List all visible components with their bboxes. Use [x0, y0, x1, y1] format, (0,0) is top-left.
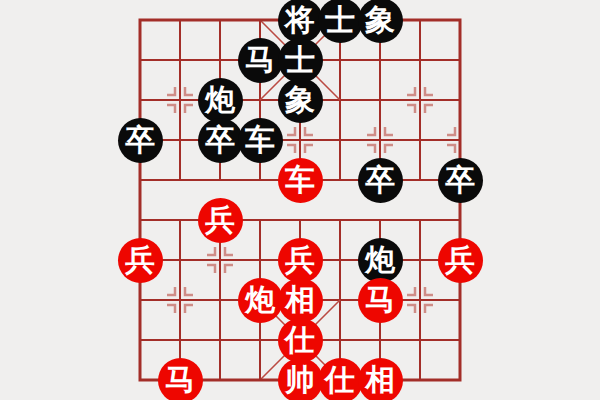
- piece-black-cannon[interactable]: 炮: [198, 78, 243, 123]
- piece-black-chariot[interactable]: 车: [238, 118, 283, 163]
- piece-red-soldier[interactable]: 兵: [118, 238, 163, 283]
- piece-red-cannon[interactable]: 炮: [238, 278, 283, 323]
- piece-red-soldier[interactable]: 兵: [198, 198, 243, 243]
- piece-red-soldier[interactable]: 兵: [278, 238, 323, 283]
- piece-black-elephant[interactable]: 象: [358, 0, 403, 43]
- piece-black-elephant[interactable]: 象: [278, 78, 323, 123]
- piece-red-advisor[interactable]: 仕: [318, 358, 363, 400]
- piece-red-soldier[interactable]: 兵: [438, 238, 483, 283]
- piece-black-general[interactable]: 将: [278, 0, 323, 43]
- piece-red-elephant[interactable]: 相: [278, 278, 323, 323]
- piece-red-chariot[interactable]: 车: [278, 158, 323, 203]
- piece-black-advisor[interactable]: 士: [318, 0, 363, 43]
- piece-black-advisor[interactable]: 士: [278, 38, 323, 83]
- piece-black-soldier[interactable]: 卒: [358, 158, 403, 203]
- piece-black-soldier[interactable]: 卒: [438, 158, 483, 203]
- piece-black-soldier[interactable]: 卒: [118, 118, 163, 163]
- xiangqi-board: 将士象马士炮象卒卒车车卒卒兵兵兵炮兵炮相马仕马帅仕相: [120, 0, 480, 400]
- xiangqi-screen: 将士象马士炮象卒卒车车卒卒兵兵兵炮兵炮相马仕马帅仕相: [0, 0, 600, 400]
- piece-black-soldier[interactable]: 卒: [198, 118, 243, 163]
- piece-red-horse[interactable]: 马: [358, 278, 403, 323]
- piece-red-advisor[interactable]: 仕: [278, 318, 323, 363]
- piece-black-cannon[interactable]: 炮: [358, 238, 403, 283]
- piece-red-elephant[interactable]: 相: [358, 358, 403, 400]
- piece-red-horse[interactable]: 马: [158, 358, 203, 400]
- piece-red-general[interactable]: 帅: [278, 358, 323, 400]
- piece-black-horse[interactable]: 马: [238, 38, 283, 83]
